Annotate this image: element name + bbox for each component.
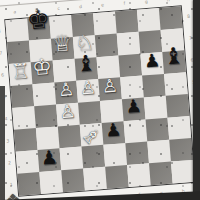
- coord-label-8: 8: [0, 19, 4, 42]
- square-h1[interactable]: [171, 160, 195, 184]
- coord-label-c: c: [47, 3, 70, 14]
- square-g6[interactable]: ♟: [140, 52, 164, 76]
- square-d3[interactable]: ♗: [80, 123, 104, 147]
- square-d4[interactable]: [78, 101, 102, 125]
- piece-black-pawn[interactable]: ♟: [125, 95, 143, 118]
- table-edge-left: [0, 86, 5, 200]
- square-f2[interactable]: [125, 141, 149, 165]
- square-b4[interactable]: [34, 104, 58, 128]
- square-a8[interactable]: [5, 18, 29, 42]
- square-a5[interactable]: [11, 84, 35, 108]
- table-edge-right: [193, 0, 200, 200]
- piece-white-king[interactable]: ♔: [31, 56, 52, 79]
- square-g3[interactable]: [146, 118, 170, 142]
- square-a1[interactable]: [17, 172, 41, 196]
- square-a6[interactable]: ♖: [9, 62, 33, 86]
- square-f1[interactable]: [127, 163, 151, 187]
- chess-board: abcdefgh abcdefgh 87654321 87654321 US C…: [0, 0, 200, 200]
- square-c2[interactable]: [60, 147, 84, 171]
- coord-label-6: 6: [0, 63, 7, 86]
- square-e1[interactable]: [105, 165, 129, 189]
- square-g5[interactable]: [142, 74, 166, 98]
- coord-label-7: 7: [0, 41, 6, 64]
- square-f3[interactable]: [124, 119, 148, 143]
- square-f6[interactable]: [118, 54, 142, 78]
- square-b2[interactable]: ♟: [38, 148, 62, 172]
- square-a2[interactable]: [16, 150, 40, 174]
- coord-label-g: g: [135, 0, 158, 7]
- coord-label-b: b: [25, 5, 48, 16]
- coord-label-h: h: [157, 0, 180, 5]
- square-e7[interactable]: [95, 33, 119, 57]
- square-f8[interactable]: [115, 10, 139, 34]
- square-d2[interactable]: [81, 145, 105, 169]
- square-b5[interactable]: [32, 83, 56, 107]
- square-d1[interactable]: [83, 167, 107, 191]
- square-h6[interactable]: ♝: [162, 50, 186, 74]
- piece-white-pawn[interactable]: ♙: [101, 75, 119, 98]
- coord-label-f: f: [113, 0, 136, 9]
- square-c1[interactable]: [61, 169, 85, 193]
- piece-black-pawn[interactable]: ♟: [40, 146, 59, 169]
- square-e3[interactable]: ♟: [102, 121, 126, 145]
- square-e2[interactable]: [103, 143, 127, 167]
- square-g4[interactable]: [144, 96, 168, 120]
- coord-label-e: e: [91, 0, 114, 10]
- piece-black-bishop[interactable]: ♝: [75, 52, 96, 75]
- piece-black-pawn[interactable]: ♟: [104, 118, 122, 141]
- square-d5[interactable]: ♙: [76, 79, 100, 103]
- square-e5[interactable]: ♙: [98, 77, 122, 101]
- piece-white-pawn[interactable]: ♙: [59, 100, 77, 123]
- chessboard-photo: abcdefgh abcdefgh 87654321 87654321 US C…: [0, 0, 200, 200]
- coord-label-d: d: [69, 1, 92, 12]
- square-b1[interactable]: [39, 170, 63, 194]
- square-f4[interactable]: ♟: [122, 98, 146, 122]
- coord-label-a: a: [3, 7, 26, 18]
- piece-white-pawn[interactable]: ♙: [57, 78, 75, 101]
- square-b6[interactable]: ♔: [31, 61, 55, 85]
- square-h8[interactable]: [159, 6, 183, 30]
- square-h2[interactable]: [169, 138, 193, 162]
- coord-label-8: 8: [184, 5, 194, 28]
- square-h4[interactable]: [166, 94, 190, 118]
- square-g8[interactable]: [137, 8, 161, 32]
- square-c7[interactable]: ♕: [51, 37, 75, 61]
- square-c4[interactable]: ♙: [56, 103, 80, 127]
- square-e8[interactable]: [93, 12, 117, 36]
- square-f7[interactable]: [117, 32, 141, 56]
- coord-label-2: 2: [5, 151, 15, 174]
- square-g1[interactable]: [149, 162, 173, 186]
- square-g2[interactable]: [147, 140, 171, 164]
- board-grid: ♚♕♘♖♔♝♟♝♙♙♙♙♟♗♟♟: [4, 5, 195, 196]
- square-b8[interactable]: ♚: [27, 17, 51, 41]
- square-a3[interactable]: [14, 128, 38, 152]
- piece-white-queen[interactable]: ♕: [52, 32, 73, 55]
- piece-black-pawn[interactable]: ♟: [143, 49, 161, 72]
- piece-white-rook[interactable]: ♖: [11, 59, 31, 82]
- square-a4[interactable]: [12, 106, 36, 130]
- square-h3[interactable]: [167, 116, 191, 140]
- piece-black-bishop[interactable]: ♝: [163, 44, 185, 68]
- piece-white-pawn[interactable]: ♙: [79, 76, 97, 99]
- square-h5[interactable]: [164, 72, 188, 96]
